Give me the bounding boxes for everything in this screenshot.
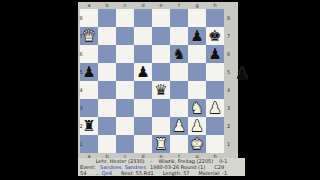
rank-right-3: 3 [226,99,231,117]
square-h5 [206,63,224,81]
captured-pawn-indicator: ♟ [233,63,251,83]
file-top-h: h [206,2,224,8]
square-f6: ♞ [170,45,188,63]
rank-left-5: 5 [79,63,84,81]
rank-right-2: 2 [226,117,231,135]
square-g6 [188,45,206,63]
black-queen-e4: ♛ [152,81,170,99]
game-length: Length: 57 [163,170,190,176]
square-b5 [98,63,116,81]
square-d4 [134,81,152,99]
square-g2: ♟ [188,117,206,135]
square-b4 [98,81,116,99]
square-b1 [98,135,116,153]
square-c3 [116,99,134,117]
chess-board: ♛♟♚♞♟♟♟♛♞♟♜♟♟♜♚ [80,9,224,153]
square-c8 [116,9,134,27]
square-f4 [170,81,188,99]
white-knight-g3: ♞ [188,99,206,117]
square-b2 [98,117,116,135]
square-f5 [170,63,188,81]
square-h3: ♟ [206,99,224,117]
file-top-e: e [152,2,170,8]
square-e8 [152,9,170,27]
file-top-d: d [134,2,152,8]
file-top-f: f [170,2,188,8]
square-f2: ♟ [170,117,188,135]
square-b8 [98,9,116,27]
square-c1 [116,135,134,153]
square-d7 [134,27,152,45]
square-b3 [98,99,116,117]
black-pawn-h6: ♟ [206,45,224,63]
white-king-g1: ♚ [188,135,206,153]
square-h1 [206,135,224,153]
rank-left-2: 2 [79,117,84,135]
rank-left-7: 7 [79,27,84,45]
square-b7 [98,27,116,45]
square-f1 [170,135,188,153]
square-g3: ♞ [188,99,206,117]
file-top-c: c [116,2,134,8]
square-h2 [206,117,224,135]
file-top-a: a [80,2,98,8]
square-h6: ♟ [206,45,224,63]
square-g8 [188,9,206,27]
square-c7 [116,27,134,45]
rank-right-5: 5 [226,63,231,81]
square-d2 [134,117,152,135]
square-f8 [170,9,188,27]
square-f3 [170,99,188,117]
square-d6 [134,45,152,63]
square-c2 [116,117,134,135]
file-top-g: g [188,2,206,8]
square-d5: ♟ [134,63,152,81]
black-knight-f6: ♞ [170,45,188,63]
square-d3 [134,99,152,117]
video-frame: ♛♟♚♞♟♟♟♛♞♟♜♟♟♜♚ aabbccddeeffgghh88776655… [0,0,320,180]
rank-left-4: 4 [79,81,84,99]
square-c6 [116,45,134,63]
square-h8 [206,9,224,27]
black-pawn-d5: ♟ [134,63,152,81]
black-pawn-g7: ♟ [188,27,206,45]
last-move-link[interactable]: ... Qe4 [95,170,112,176]
square-e1: ♜ [152,135,170,153]
square-c5 [116,63,134,81]
square-e3 [152,99,170,117]
file-top-b: b [98,2,116,8]
rank-right-6: 6 [226,45,231,63]
material-balance: Material: -1 [199,170,228,176]
rank-left-1: 1 [79,135,84,153]
square-g1: ♚ [188,135,206,153]
rank-right-1: 1 [226,135,231,153]
white-pawn-h3: ♟ [206,99,224,117]
square-e6 [152,45,170,63]
square-e5 [152,63,170,81]
square-h4 [206,81,224,99]
square-g7: ♟ [188,27,206,45]
square-d8 [134,9,152,27]
black-king-h7: ♚ [206,27,224,45]
white-rook-e1: ♜ [152,135,170,153]
rank-right-7: 7 [226,27,231,45]
square-g5 [188,63,206,81]
caption-move-line: 54 ... Qe4 Next: 55.Rd1 Length: 57 Mater… [78,170,245,176]
square-f7 [170,27,188,45]
white-pawn-g2: ♟ [188,117,206,135]
rank-left-8: 8 [79,9,84,27]
square-d1 [134,135,152,153]
next-move: Next: 55.Rd1 [121,170,154,176]
rank-left-3: 3 [79,99,84,117]
rank-right-4: 4 [226,81,231,99]
square-b6 [98,45,116,63]
move-number: 54 [80,170,86,176]
square-g4 [188,81,206,99]
white-pawn-f2: ♟ [170,117,188,135]
square-e2 [152,117,170,135]
game-caption: Lehr, Hester (2330) - Wlazik, Freitag (2… [78,158,245,176]
rank-right-8: 8 [226,9,231,27]
square-c4 [116,81,134,99]
square-h7: ♚ [206,27,224,45]
square-e7 [152,27,170,45]
square-e4: ♛ [152,81,170,99]
rank-left-6: 6 [79,45,84,63]
